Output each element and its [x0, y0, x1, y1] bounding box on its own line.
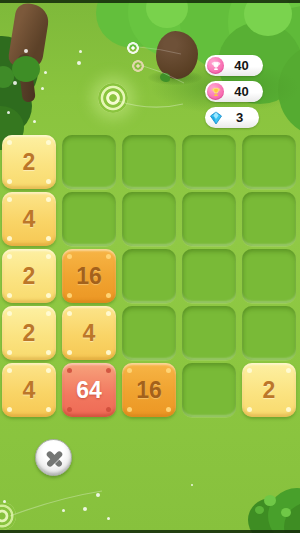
flower-sparkle [62, 509, 65, 512]
empty-cell [62, 135, 116, 189]
empty-cell [62, 192, 116, 246]
empty-cell [122, 306, 176, 360]
board-grid[interactable]: 2421624464162 [2, 135, 296, 417]
empty-cell [182, 135, 236, 189]
counter-badge-gems: 3 [205, 107, 259, 128]
flower-sparkle [96, 493, 100, 497]
gem-blue-icon [207, 109, 224, 126]
badge-value: 3 [224, 110, 259, 125]
flower-sparkle [83, 507, 87, 511]
empty-cell [122, 192, 176, 246]
counter-badge-trophy-gold: 40 [205, 81, 263, 102]
empty-cell [182, 306, 236, 360]
empty-cell [182, 363, 236, 417]
game-screen: 40 40 3 24216 [0, 0, 300, 533]
hud: 40 40 3 [205, 55, 265, 133]
trophy-gold-icon [207, 83, 224, 100]
empty-cell [242, 192, 296, 246]
flower-sparkle [79, 50, 82, 53]
empty-cell [122, 135, 176, 189]
empty-cell [242, 135, 296, 189]
flower-sparkle [77, 61, 81, 65]
badge-value: 40 [224, 58, 263, 73]
tile-4: 4 [2, 192, 56, 246]
counter-badge-trophy-pink: 40 [205, 55, 263, 76]
close-button[interactable] [35, 439, 72, 476]
top-edge-strip [0, 0, 300, 3]
flower-sparkle [44, 71, 47, 74]
tile-16: 16 [62, 249, 116, 303]
badge-value: 40 [224, 84, 263, 99]
flower-sparkle [41, 87, 44, 90]
tile-4: 4 [2, 363, 56, 417]
flower-sparkle [7, 111, 10, 114]
glow-ring-icon [98, 83, 128, 113]
tile-64: 64 [62, 363, 116, 417]
tile-16: 16 [122, 363, 176, 417]
flower-sparkle [191, 484, 193, 486]
tile-2: 2 [2, 135, 56, 189]
empty-cell [242, 249, 296, 303]
empty-cell [182, 249, 236, 303]
empty-cell [122, 249, 176, 303]
glow-ring-icon [131, 59, 145, 73]
flower-sparkle [107, 517, 110, 520]
tile-2: 2 [2, 306, 56, 360]
flower-sparkle [33, 120, 36, 123]
flower-sparkle [24, 49, 28, 53]
flower-sparkle [13, 81, 17, 85]
trophy-pink-icon [207, 57, 224, 74]
glow-ring-icon [126, 41, 140, 55]
empty-cell [182, 192, 236, 246]
tile-2: 2 [2, 249, 56, 303]
flower-sparkle [3, 500, 6, 503]
tile-2: 2 [242, 363, 296, 417]
tile-4: 4 [62, 306, 116, 360]
empty-cell [242, 306, 296, 360]
